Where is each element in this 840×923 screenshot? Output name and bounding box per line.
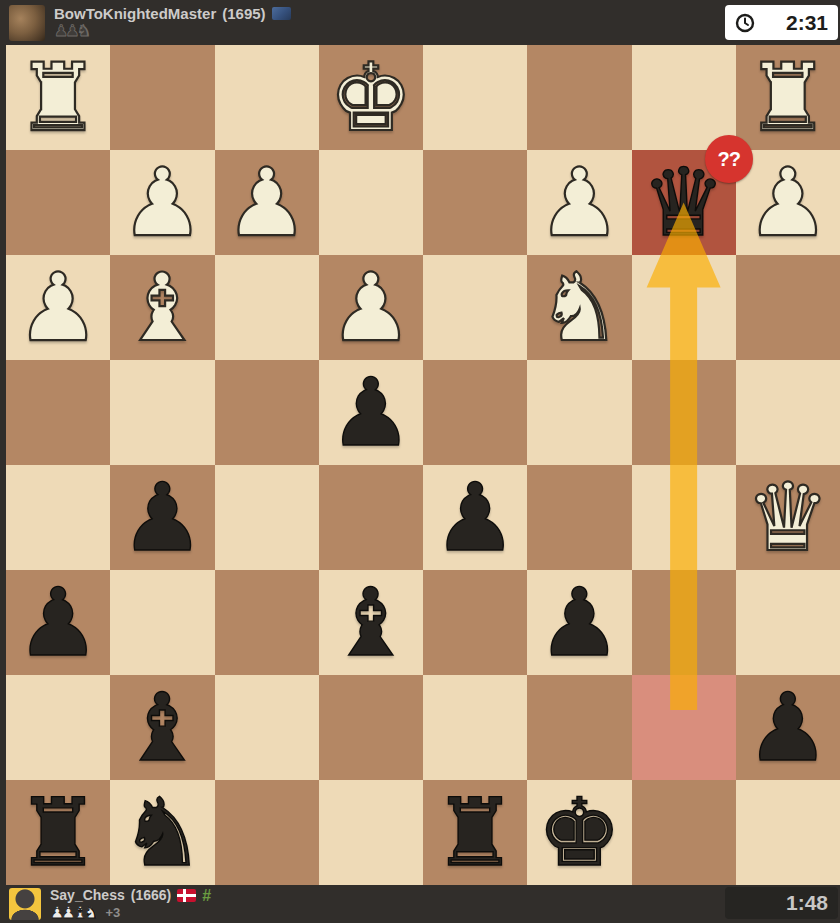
square-g7[interactable]: ♝ bbox=[110, 675, 214, 780]
square-f1[interactable] bbox=[215, 45, 319, 150]
white-pawn[interactable]: ♟ bbox=[537, 151, 621, 255]
bottom-captured-pieces-tray: ♟♟♝♞+3 bbox=[50, 905, 211, 921]
white-bishop[interactable]: ♝ bbox=[120, 256, 204, 360]
square-a7[interactable]: ♟ bbox=[736, 675, 840, 780]
square-c5[interactable] bbox=[527, 465, 631, 570]
chess-board[interactable]: ♜♚♜♟♟♟♛♟♟♝♟♞♟♟♟♛♟♝♟♝♟♜♞♜♚ ?? bbox=[6, 45, 840, 885]
square-a3[interactable] bbox=[736, 255, 840, 360]
square-f3[interactable] bbox=[215, 255, 319, 360]
bottom-player-name[interactable]: Say_Chess bbox=[50, 888, 125, 903]
square-f5[interactable] bbox=[215, 465, 319, 570]
square-h2[interactable] bbox=[6, 150, 110, 255]
black-pawn[interactable]: ♟ bbox=[120, 466, 204, 570]
black-pawn[interactable]: ♟ bbox=[329, 361, 413, 465]
square-h4[interactable] bbox=[6, 360, 110, 465]
top-player-avatar[interactable] bbox=[9, 5, 45, 41]
white-pawn[interactable]: ♟ bbox=[120, 151, 204, 255]
square-e3[interactable]: ♟ bbox=[319, 255, 423, 360]
square-f8[interactable] bbox=[215, 780, 319, 885]
square-h5[interactable] bbox=[6, 465, 110, 570]
captured-knight-icon: ♞ bbox=[84, 905, 98, 921]
square-e1[interactable]: ♚ bbox=[319, 45, 423, 150]
black-pawn[interactable]: ♟ bbox=[537, 571, 621, 675]
square-h8[interactable]: ♜ bbox=[6, 780, 110, 885]
square-a6[interactable] bbox=[736, 570, 840, 675]
top-player-country-flag-icon bbox=[272, 7, 291, 20]
square-b8[interactable] bbox=[632, 780, 736, 885]
square-a8[interactable] bbox=[736, 780, 840, 885]
square-d3[interactable] bbox=[423, 255, 527, 360]
square-c2[interactable]: ♟ bbox=[527, 150, 631, 255]
square-e4[interactable]: ♟ bbox=[319, 360, 423, 465]
white-pawn[interactable]: ♟ bbox=[329, 256, 413, 360]
white-rook[interactable]: ♜ bbox=[746, 46, 830, 150]
bottom-player-country-flag-icon bbox=[177, 889, 196, 902]
white-queen[interactable]: ♛ bbox=[746, 466, 830, 570]
bottom-player-avatar[interactable] bbox=[9, 888, 41, 920]
captured-knight-icon: ♞ bbox=[77, 23, 91, 39]
top-player-time: 2:31 bbox=[786, 11, 828, 35]
square-h6[interactable]: ♟ bbox=[6, 570, 110, 675]
square-e6[interactable]: ♝ bbox=[319, 570, 423, 675]
square-f4[interactable] bbox=[215, 360, 319, 465]
bottom-player-bar: Say_Chess (1666) # ♟♟♝♞+3 1:48 bbox=[0, 885, 840, 923]
top-player-name[interactable]: BowToKnightedMaster bbox=[54, 6, 216, 21]
square-b7[interactable] bbox=[632, 675, 736, 780]
black-king[interactable]: ♚ bbox=[537, 781, 621, 885]
square-c1[interactable] bbox=[527, 45, 631, 150]
square-c3[interactable]: ♞ bbox=[527, 255, 631, 360]
black-pawn[interactable]: ♟ bbox=[746, 676, 830, 780]
blunder-glyph: ?? bbox=[718, 148, 740, 171]
black-pawn[interactable]: ♟ bbox=[16, 571, 100, 675]
square-e2[interactable] bbox=[319, 150, 423, 255]
square-b4[interactable] bbox=[632, 360, 736, 465]
white-knight[interactable]: ♞ bbox=[537, 256, 621, 360]
white-pawn[interactable]: ♟ bbox=[16, 256, 100, 360]
square-f2[interactable]: ♟ bbox=[215, 150, 319, 255]
square-c4[interactable] bbox=[527, 360, 631, 465]
white-pawn[interactable]: ♟ bbox=[224, 151, 308, 255]
black-bishop[interactable]: ♝ bbox=[329, 571, 413, 675]
square-b6[interactable] bbox=[632, 570, 736, 675]
top-player-rating: (1695) bbox=[222, 6, 265, 21]
square-d8[interactable]: ♜ bbox=[423, 780, 527, 885]
top-player-clock: 2:31 bbox=[725, 5, 838, 40]
material-advantage: +3 bbox=[105, 905, 120, 920]
bottom-player-clock: 1:48 bbox=[725, 887, 838, 919]
square-c6[interactable]: ♟ bbox=[527, 570, 631, 675]
square-d7[interactable] bbox=[423, 675, 527, 780]
white-pawn[interactable]: ♟ bbox=[746, 151, 830, 255]
square-h1[interactable]: ♜ bbox=[6, 45, 110, 150]
white-rook[interactable]: ♜ bbox=[16, 46, 100, 150]
clock-icon bbox=[735, 13, 755, 33]
square-d4[interactable] bbox=[423, 360, 527, 465]
square-h3[interactable]: ♟ bbox=[6, 255, 110, 360]
square-e7[interactable] bbox=[319, 675, 423, 780]
blunder-badge-icon: ?? bbox=[705, 135, 753, 183]
top-player-bar: BowToKnightedMaster (1695) ♟♟♞ 2:31 bbox=[0, 0, 840, 45]
black-knight[interactable]: ♞ bbox=[120, 781, 204, 885]
square-a4[interactable] bbox=[736, 360, 840, 465]
black-rook[interactable]: ♜ bbox=[16, 781, 100, 885]
square-g3[interactable]: ♝ bbox=[110, 255, 214, 360]
square-f6[interactable] bbox=[215, 570, 319, 675]
square-b3[interactable] bbox=[632, 255, 736, 360]
square-b5[interactable] bbox=[632, 465, 736, 570]
black-bishop[interactable]: ♝ bbox=[120, 676, 204, 780]
square-d2[interactable] bbox=[423, 150, 527, 255]
square-g2[interactable]: ♟ bbox=[110, 150, 214, 255]
square-a5[interactable]: ♛ bbox=[736, 465, 840, 570]
top-captured-pieces-tray: ♟♟♞ bbox=[54, 23, 291, 39]
square-c7[interactable] bbox=[527, 675, 631, 780]
square-d1[interactable] bbox=[423, 45, 527, 150]
square-c8[interactable]: ♚ bbox=[527, 780, 631, 885]
black-rook[interactable]: ♜ bbox=[433, 781, 517, 885]
square-b1[interactable] bbox=[632, 45, 736, 150]
hash-badge-icon: # bbox=[202, 889, 211, 902]
square-g5[interactable]: ♟ bbox=[110, 465, 214, 570]
square-g4[interactable] bbox=[110, 360, 214, 465]
square-d6[interactable] bbox=[423, 570, 527, 675]
square-f7[interactable] bbox=[215, 675, 319, 780]
square-h7[interactable] bbox=[6, 675, 110, 780]
square-g1[interactable] bbox=[110, 45, 214, 150]
bottom-player-rating: (1666) bbox=[131, 888, 171, 903]
square-a1[interactable]: ♜ bbox=[736, 45, 840, 150]
square-e8[interactable] bbox=[319, 780, 423, 885]
black-pawn[interactable]: ♟ bbox=[433, 466, 517, 570]
square-g8[interactable]: ♞ bbox=[110, 780, 214, 885]
bottom-player-time: 1:48 bbox=[786, 891, 828, 915]
square-d5[interactable]: ♟ bbox=[423, 465, 527, 570]
white-king[interactable]: ♚ bbox=[329, 46, 413, 150]
square-g6[interactable] bbox=[110, 570, 214, 675]
square-e5[interactable] bbox=[319, 465, 423, 570]
